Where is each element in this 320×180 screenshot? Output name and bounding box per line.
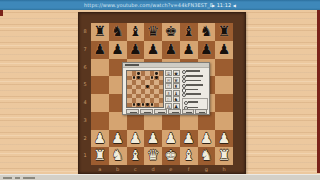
white-knight-select-button[interactable]: ♘ (165, 96, 172, 102)
mini-piece (155, 76, 158, 79)
square-f7: ♟ (180, 41, 198, 59)
square-c7: ♟ (127, 41, 145, 59)
mini-piece (146, 103, 149, 106)
ok-button[interactable] (182, 109, 194, 114)
mini-piece (155, 72, 158, 75)
square-h1: ♜ (215, 147, 233, 165)
taskbar-text (15, 177, 20, 179)
mini-piece (137, 76, 140, 79)
square-c1: ♝ (127, 147, 145, 165)
rank-label-7: 7 (79, 41, 91, 59)
white-pawn: ♟ (129, 130, 142, 148)
square-f8: ♝ (180, 23, 198, 41)
rank-label-1: 1 (79, 147, 91, 165)
file-label-d: d (144, 164, 162, 174)
white-rook-select-button[interactable]: ♖ (165, 83, 172, 89)
square-d8: ♛ (144, 23, 162, 41)
square-b8: ♞ (109, 23, 127, 41)
option-label (186, 84, 203, 86)
player-topbar: https://www.youtube.com/watch?v=44kFN3ES… (0, 0, 320, 10)
mini-square[interactable] (159, 103, 164, 108)
mini-piece (142, 103, 145, 106)
white-pawn: ♟ (111, 130, 124, 148)
black-pawn: ♟ (94, 41, 107, 59)
white-king: ♚ (165, 147, 178, 165)
mini-piece (151, 103, 154, 106)
white-rook: ♜ (94, 147, 107, 165)
dialog-button-1[interactable] (126, 109, 139, 114)
button-label (186, 112, 192, 113)
dialog-titlebar[interactable] (123, 63, 209, 68)
square-a7: ♟ (91, 41, 109, 59)
square-a2: ♟ (91, 130, 109, 148)
square-b1: ♞ (109, 147, 127, 165)
square-d1: ♛ (144, 147, 162, 165)
square-h3 (215, 112, 233, 130)
black-rook: ♜ (218, 23, 231, 41)
white-rook: ♜ (218, 147, 231, 165)
square-h5 (215, 76, 233, 94)
button-label (130, 112, 137, 113)
playback-time-group: ▶ 11:12 ◀ (212, 2, 236, 9)
playback-time: 11:12 (217, 2, 231, 8)
square-d7: ♟ (144, 41, 162, 59)
square-c2: ♟ (127, 130, 145, 148)
square-a3 (91, 112, 109, 130)
square-g2: ♟ (198, 130, 216, 148)
dialog-bottom-buttons (126, 109, 181, 114)
button-label (199, 112, 205, 113)
white-knight: ♞ (111, 147, 124, 165)
option-label (186, 75, 203, 77)
white-pawn-select-button[interactable]: ♙ (165, 103, 172, 109)
mini-piece (133, 76, 136, 79)
option-label (186, 89, 198, 91)
white-pawn: ♟ (94, 130, 107, 148)
option-label (186, 80, 201, 82)
file-label-c: c (127, 164, 145, 174)
black-knight: ♞ (200, 23, 213, 41)
mini-piece (133, 103, 136, 106)
square-h2: ♟ (215, 130, 233, 148)
position-setup-dialog: ♔♚♕♛♖♜♗♝♘♞♙♟ (122, 62, 210, 115)
black-rook-select-button[interactable]: ♜ (173, 83, 180, 89)
button-label (158, 112, 165, 113)
black-king: ♚ (165, 23, 178, 41)
mini-piece (146, 85, 149, 88)
square-c8: ♝ (127, 23, 145, 41)
square-e2: ♟ (162, 130, 180, 148)
square-g8: ♞ (198, 23, 216, 41)
white-pawn: ♟ (147, 130, 160, 148)
black-queen-select-button[interactable]: ♛ (173, 77, 180, 83)
square-b7: ♟ (109, 41, 127, 59)
option-radio-row[interactable] (182, 92, 209, 97)
button-label (144, 112, 151, 113)
cancel-button[interactable] (195, 109, 207, 114)
setup-mini-board[interactable] (126, 70, 164, 108)
mini-piece (151, 76, 154, 79)
black-king-select-button[interactable]: ♚ (173, 70, 180, 76)
black-bishop-select-button[interactable]: ♝ (173, 90, 180, 96)
white-queen: ♛ (147, 147, 160, 165)
mini-piece (137, 103, 140, 106)
black-knight: ♞ (111, 23, 124, 41)
video-url: https://www.youtube.com/watch?v=44kFN3ES… (84, 2, 213, 8)
white-bishop: ♝ (129, 147, 142, 165)
black-rook: ♜ (94, 23, 107, 41)
button-label (172, 112, 179, 113)
rewind-icon[interactable]: ◀ (233, 3, 236, 8)
white-knight: ♞ (200, 147, 213, 165)
white-pawn: ♟ (218, 130, 231, 148)
option-label (186, 70, 200, 72)
rank-label-5: 5 (79, 76, 91, 94)
black-pawn: ♟ (165, 41, 178, 59)
file-label-f: f (180, 164, 198, 174)
file-label-e: e (162, 164, 180, 174)
black-pawn: ♟ (218, 41, 231, 59)
rank-label-8: 8 (79, 23, 91, 41)
square-f1: ♝ (180, 147, 198, 165)
option-label (186, 93, 201, 95)
square-a4 (91, 94, 109, 112)
square-a8: ♜ (91, 23, 109, 41)
option-radio-row[interactable] (184, 100, 207, 105)
black-pawn-select-button[interactable]: ♟ (173, 103, 180, 109)
taskbar[interactable] (0, 174, 320, 180)
square-a1: ♜ (91, 147, 109, 165)
square-e1: ♚ (162, 147, 180, 165)
rank-label-6: 6 (79, 59, 91, 77)
file-label-b: b (109, 164, 127, 174)
white-queen-select-button[interactable]: ♕ (165, 77, 172, 83)
black-bishop: ♝ (182, 23, 195, 41)
white-bishop-select-button[interactable]: ♗ (165, 90, 172, 96)
black-bishop: ♝ (129, 23, 142, 41)
square-e7: ♟ (162, 41, 180, 59)
black-queen: ♛ (147, 23, 160, 41)
rank-label-3: 3 (79, 112, 91, 130)
square-h7: ♟ (215, 41, 233, 59)
black-pawn: ♟ (129, 41, 142, 59)
dialog-options (182, 69, 209, 97)
mini-piece (137, 72, 140, 75)
option-label (188, 101, 198, 103)
red-edge-mark-left (0, 10, 3, 16)
white-bishop: ♝ (182, 147, 195, 165)
black-pawn: ♟ (182, 41, 195, 59)
file-label-h: h (215, 164, 233, 174)
square-h4 (215, 94, 233, 112)
white-pawn: ♟ (200, 130, 213, 148)
square-b2: ♟ (109, 130, 127, 148)
rank-label-4: 4 (79, 94, 91, 112)
square-a5 (91, 76, 109, 94)
taskbar-text (23, 177, 35, 179)
play-icon[interactable]: ▶ (212, 3, 215, 8)
square-h8: ♜ (215, 23, 233, 41)
square-f2: ♟ (180, 130, 198, 148)
square-d2: ♟ (144, 130, 162, 148)
black-knight-select-button[interactable]: ♞ (173, 96, 180, 102)
square-h6 (215, 59, 233, 77)
white-pawn: ♟ (182, 130, 195, 148)
square-e8: ♚ (162, 23, 180, 41)
square-g1: ♞ (198, 147, 216, 165)
dialog-title-text (125, 64, 139, 66)
square-g7: ♟ (198, 41, 216, 59)
black-pawn: ♟ (111, 41, 124, 59)
video-frame: https://www.youtube.com/watch?v=44kFN3ES… (0, 0, 320, 180)
dialog-button-2[interactable] (140, 109, 153, 114)
file-label-g: g (198, 164, 216, 174)
file-label-a: a (91, 164, 109, 174)
square-a6 (91, 59, 109, 77)
dialog-action-buttons (182, 109, 207, 114)
white-pawn: ♟ (165, 130, 178, 148)
white-king-select-button[interactable]: ♔ (165, 70, 172, 76)
dialog-button-3[interactable] (154, 109, 167, 114)
rank-label-2: 2 (79, 130, 91, 148)
black-pawn: ♟ (147, 41, 160, 59)
black-pawn: ♟ (200, 41, 213, 59)
taskbar-text (3, 177, 12, 179)
dialog-button-4[interactable] (168, 109, 181, 114)
piece-selector-buttons: ♔♚♕♛♖♜♗♝♘♞♙♟ (165, 70, 180, 109)
rank-labels: 87654321 (79, 23, 91, 165)
option-label (188, 107, 198, 109)
file-labels: abcdefgh (91, 164, 233, 174)
